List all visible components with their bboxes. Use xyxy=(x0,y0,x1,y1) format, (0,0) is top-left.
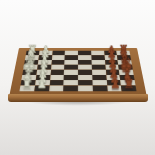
cell-h6[interactable] xyxy=(92,86,107,92)
brown-pawn-piece[interactable]: ♟ xyxy=(107,79,122,90)
cell-h5[interactable] xyxy=(78,86,93,92)
cell-h1[interactable]: ♜ xyxy=(19,86,34,92)
cell-h8[interactable]: ♜ xyxy=(121,86,136,92)
chess-board[interactable]: ♜♟♟♜♞♟♟♞♝♟♟♝♛♟♟♛♚♟♟♚♝♟♟♝♞♟♟♞♜♟♟♜ xyxy=(10,48,147,95)
white-rook-piece[interactable]: ♜ xyxy=(20,78,35,91)
brown-rook-piece[interactable]: ♜ xyxy=(122,78,137,91)
board-grid: ♜♟♟♜♞♟♟♞♝♟♟♝♛♟♟♛♚♟♟♚♝♟♟♝♞♟♟♞♜♟♟♜ xyxy=(19,51,136,91)
board-frame-front xyxy=(8,94,148,102)
white-pawn-piece[interactable]: ♟ xyxy=(34,79,49,90)
photo-stage: ♜♟♟♜♞♟♟♞♝♟♟♝♛♟♟♛♚♟♟♚♝♟♟♝♞♟♟♞♜♟♟♜ xyxy=(0,0,155,155)
cell-h7[interactable]: ♟ xyxy=(107,86,122,92)
cell-h3[interactable] xyxy=(49,86,64,92)
cell-h2[interactable]: ♟ xyxy=(34,86,49,92)
cell-h4[interactable] xyxy=(63,86,78,92)
